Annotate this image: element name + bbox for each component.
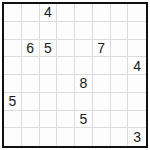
cell-r6c7[interactable] bbox=[111, 93, 129, 111]
cell-r5c5[interactable]: 8 bbox=[75, 75, 93, 93]
cell-r3c6[interactable]: 7 bbox=[93, 40, 111, 58]
cell-r6c1[interactable]: 5 bbox=[4, 93, 22, 111]
cell-r8c3[interactable] bbox=[40, 128, 58, 146]
cell-r4c4[interactable] bbox=[57, 57, 75, 75]
cell-r7c1[interactable] bbox=[4, 111, 22, 129]
cell-r2c2[interactable] bbox=[22, 22, 40, 40]
cell-r3c7[interactable] bbox=[111, 40, 129, 58]
cell-r1c8[interactable] bbox=[128, 4, 146, 22]
cell-r6c8[interactable] bbox=[128, 93, 146, 111]
cell-r8c2[interactable] bbox=[22, 128, 40, 146]
cell-r8c1[interactable] bbox=[4, 128, 22, 146]
puzzle-board: 465748553 bbox=[2, 2, 148, 148]
cell-r4c6[interactable] bbox=[93, 57, 111, 75]
cell-r1c5[interactable] bbox=[75, 4, 93, 22]
cell-r1c4[interactable] bbox=[57, 4, 75, 22]
cell-r6c2[interactable] bbox=[22, 93, 40, 111]
cell-r4c7[interactable] bbox=[111, 57, 129, 75]
cell-r2c5[interactable] bbox=[75, 22, 93, 40]
cell-r1c2[interactable] bbox=[22, 4, 40, 22]
cell-r5c7[interactable] bbox=[111, 75, 129, 93]
cell-r5c1[interactable] bbox=[4, 75, 22, 93]
cell-r8c6[interactable] bbox=[93, 128, 111, 146]
cell-r4c3[interactable] bbox=[40, 57, 58, 75]
cell-r8c5[interactable] bbox=[75, 128, 93, 146]
cell-r3c3[interactable]: 5 bbox=[40, 40, 58, 58]
cell-r3c5[interactable] bbox=[75, 40, 93, 58]
cell-r6c6[interactable] bbox=[93, 93, 111, 111]
cell-r1c7[interactable] bbox=[111, 4, 129, 22]
cell-r6c5[interactable] bbox=[75, 93, 93, 111]
cell-r7c6[interactable] bbox=[93, 111, 111, 129]
cell-r7c7[interactable] bbox=[111, 111, 129, 129]
cell-r4c5[interactable] bbox=[75, 57, 93, 75]
cell-r3c1[interactable] bbox=[4, 40, 22, 58]
cell-r6c4[interactable] bbox=[57, 93, 75, 111]
cell-r2c8[interactable] bbox=[128, 22, 146, 40]
cell-r8c4[interactable] bbox=[57, 128, 75, 146]
cell-r5c3[interactable] bbox=[40, 75, 58, 93]
cell-r8c7[interactable] bbox=[111, 128, 129, 146]
cell-r5c2[interactable] bbox=[22, 75, 40, 93]
puzzle-grid: 465748553 bbox=[4, 4, 146, 146]
cell-r7c4[interactable] bbox=[57, 111, 75, 129]
cell-r4c8[interactable]: 4 bbox=[128, 57, 146, 75]
cell-r2c4[interactable] bbox=[57, 22, 75, 40]
cell-r5c8[interactable] bbox=[128, 75, 146, 93]
cell-r8c8[interactable]: 3 bbox=[128, 128, 146, 146]
cell-r5c6[interactable] bbox=[93, 75, 111, 93]
cell-r7c2[interactable] bbox=[22, 111, 40, 129]
cell-r2c7[interactable] bbox=[111, 22, 129, 40]
cell-r7c8[interactable] bbox=[128, 111, 146, 129]
cell-r7c5[interactable]: 5 bbox=[75, 111, 93, 129]
cell-r3c4[interactable] bbox=[57, 40, 75, 58]
cell-r1c6[interactable] bbox=[93, 4, 111, 22]
cell-r2c3[interactable] bbox=[40, 22, 58, 40]
cell-r6c3[interactable] bbox=[40, 93, 58, 111]
cell-r2c1[interactable] bbox=[4, 22, 22, 40]
cell-r1c3[interactable]: 4 bbox=[40, 4, 58, 22]
cell-r3c2[interactable]: 6 bbox=[22, 40, 40, 58]
cell-r4c1[interactable] bbox=[4, 57, 22, 75]
cell-r2c6[interactable] bbox=[93, 22, 111, 40]
cell-r3c8[interactable] bbox=[128, 40, 146, 58]
cell-r1c1[interactable] bbox=[4, 4, 22, 22]
cell-r5c4[interactable] bbox=[57, 75, 75, 93]
cell-r4c2[interactable] bbox=[22, 57, 40, 75]
cell-r7c3[interactable] bbox=[40, 111, 58, 129]
